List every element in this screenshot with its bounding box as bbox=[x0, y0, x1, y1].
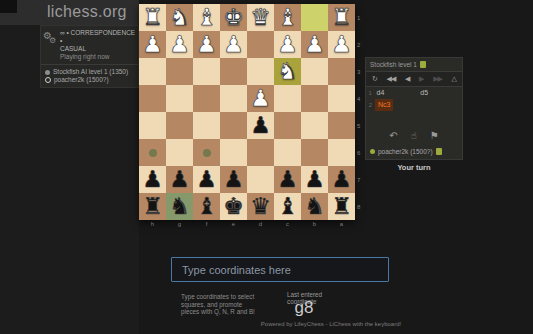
file-label-c: c bbox=[274, 221, 301, 227]
black-player-row: poacher2k (1500?) bbox=[45, 76, 134, 84]
square-c2[interactable]: ♟ bbox=[274, 31, 301, 58]
square-b7[interactable]: ♟ bbox=[301, 166, 328, 193]
square-c8[interactable]: ♝ bbox=[274, 193, 301, 220]
file-label-f: f bbox=[193, 221, 220, 227]
square-d7[interactable] bbox=[247, 166, 274, 193]
square-b8[interactable]: ♞ bbox=[301, 193, 328, 220]
player-badge-icon bbox=[436, 148, 442, 155]
white-pawn-b2[interactable]: ♟ bbox=[304, 33, 325, 56]
topleft-corner-box bbox=[0, 0, 17, 13]
rank-label-6: 6 bbox=[357, 139, 365, 166]
square-b2[interactable]: ♟ bbox=[301, 31, 328, 58]
rank-label-7: 7 bbox=[357, 166, 365, 193]
black-player-color-icon bbox=[45, 77, 51, 83]
square-b3[interactable] bbox=[301, 58, 328, 85]
online-dot-icon bbox=[370, 149, 375, 154]
black-bishop-f8[interactable]: ♝ bbox=[196, 195, 217, 218]
player-row: poacher2k (1500?) bbox=[366, 145, 462, 159]
square-e2[interactable]: ♟ bbox=[220, 31, 247, 58]
square-a7[interactable]: ♟ bbox=[328, 166, 355, 193]
square-g2[interactable]: ♟ bbox=[166, 31, 193, 58]
square-e4[interactable] bbox=[220, 85, 247, 112]
move-black-1[interactable]: d5 bbox=[418, 87, 462, 99]
black-knight-g8[interactable]: ♞ bbox=[169, 195, 190, 218]
coordinate-input[interactable] bbox=[171, 257, 389, 282]
square-b6[interactable] bbox=[301, 139, 328, 166]
black-knight-b8[interactable]: ♞ bbox=[304, 195, 325, 218]
square-e6[interactable] bbox=[220, 139, 247, 166]
square-c4[interactable] bbox=[274, 85, 301, 112]
first-move-icon[interactable]: ◀◀ bbox=[387, 75, 396, 83]
white-pawn-d4[interactable]: ♟ bbox=[250, 87, 271, 110]
square-c7[interactable]: ♟ bbox=[274, 166, 301, 193]
square-f5[interactable] bbox=[193, 112, 220, 139]
rank-label-1: 1 bbox=[357, 4, 365, 31]
square-f2[interactable]: ♟ bbox=[193, 31, 220, 58]
square-a8[interactable]: ♜ bbox=[328, 193, 355, 220]
black-pawn-d5[interactable]: ♟ bbox=[250, 114, 271, 137]
square-d8[interactable]: ♛ bbox=[247, 193, 274, 220]
gear-icon: ⚙ bbox=[49, 36, 56, 45]
help-line: Type coordinates to select bbox=[181, 293, 281, 301]
move-list: 1 d4 d5 2 Nc3 bbox=[366, 87, 462, 111]
move-number: 1 bbox=[366, 87, 375, 99]
square-e1[interactable]: ♚ bbox=[220, 4, 247, 31]
square-f1[interactable]: ♝ bbox=[193, 4, 220, 31]
previous-move-icon[interactable]: ◀ bbox=[405, 75, 409, 83]
last-entered-coordinate: g8 bbox=[287, 298, 321, 318]
square-g4[interactable] bbox=[166, 85, 193, 112]
file-label-a: a bbox=[328, 221, 355, 227]
help-line: squares, and promote bbox=[181, 301, 281, 309]
square-d6[interactable] bbox=[247, 139, 274, 166]
square-h4[interactable] bbox=[139, 85, 166, 112]
draw-offer-icon[interactable]: ☝ bbox=[411, 131, 417, 141]
opponent-name[interactable]: Stockfish level 1 bbox=[370, 61, 417, 68]
opponent-badge-icon bbox=[420, 61, 426, 68]
square-d4[interactable]: ♟ bbox=[247, 85, 274, 112]
white-bishop-c1[interactable]: ♝ bbox=[277, 6, 298, 29]
black-pawn-f7[interactable]: ♟ bbox=[196, 168, 217, 191]
powered-by-footer: Powered by LifeyChess - LiChess with the… bbox=[203, 321, 459, 327]
white-player-row: Stockfish AI level 1 (1350) bbox=[45, 68, 134, 76]
square-f6[interactable] bbox=[193, 139, 220, 166]
takeback-icon[interactable]: ↶ bbox=[389, 131, 397, 141]
help-text: Type coordinates to select squares, and … bbox=[181, 293, 281, 316]
game-side-panel: Stockfish level 1 ↻ ◀◀ ◀ ▶ ▶▶ △ 1 d4 d5 … bbox=[365, 57, 463, 160]
square-a2[interactable]: ♟ bbox=[328, 31, 355, 58]
move-row: 1 d4 d5 bbox=[366, 87, 462, 99]
square-h6[interactable] bbox=[139, 139, 166, 166]
square-h5[interactable] bbox=[139, 112, 166, 139]
square-a4[interactable] bbox=[328, 85, 355, 112]
black-pawn-g7[interactable]: ♟ bbox=[169, 168, 190, 191]
black-queen-d8[interactable]: ♛ bbox=[250, 195, 271, 218]
square-g3[interactable] bbox=[166, 58, 193, 85]
square-b5[interactable] bbox=[301, 112, 328, 139]
black-bishop-c8[interactable]: ♝ bbox=[277, 195, 298, 218]
white-pawn-e2[interactable]: ♟ bbox=[223, 33, 244, 56]
turn-indicator: Your turn bbox=[365, 163, 463, 172]
move-row: 2 Nc3 bbox=[366, 99, 462, 111]
square-c3[interactable]: ♞ bbox=[274, 58, 301, 85]
rank-label-4: 4 bbox=[357, 85, 365, 112]
square-c1[interactable]: ♝ bbox=[274, 4, 301, 31]
file-coordinates: hgfedcba bbox=[139, 221, 355, 227]
white-pawn-g2[interactable]: ♟ bbox=[169, 33, 190, 56]
square-b1[interactable] bbox=[301, 4, 328, 31]
white-pawn-f2[interactable]: ♟ bbox=[196, 33, 217, 56]
square-c5[interactable] bbox=[274, 112, 301, 139]
game-actions: ↶ ☝ ⚑ bbox=[366, 127, 462, 145]
move-white-1[interactable]: d4 bbox=[375, 87, 419, 99]
move-number: 2 bbox=[366, 99, 375, 111]
file-label-g: g bbox=[166, 221, 193, 227]
white-pawn-a2[interactable]: ♟ bbox=[331, 33, 352, 56]
square-d5[interactable]: ♟ bbox=[247, 112, 274, 139]
square-a1[interactable]: ♜ bbox=[328, 4, 355, 31]
square-a5[interactable] bbox=[328, 112, 355, 139]
square-c6[interactable] bbox=[274, 139, 301, 166]
game-status: Playing right now bbox=[60, 53, 136, 61]
replay-controls: ↻ ◀◀ ◀ ▶ ▶▶ △ bbox=[366, 71, 462, 87]
white-knight-c3[interactable]: ♞ bbox=[277, 60, 298, 83]
move-dest-dot-f6[interactable] bbox=[203, 149, 211, 157]
square-f8[interactable]: ♝ bbox=[193, 193, 220, 220]
square-a3[interactable] bbox=[328, 58, 355, 85]
square-g8[interactable]: ♞ bbox=[166, 193, 193, 220]
black-king-e8[interactable]: ♚ bbox=[223, 195, 244, 218]
file-label-h: h bbox=[139, 221, 166, 227]
square-b4[interactable] bbox=[301, 85, 328, 112]
square-g1[interactable]: ♞ bbox=[166, 4, 193, 31]
square-f4[interactable] bbox=[193, 85, 220, 112]
game-info-panel: ⚙ ⚙ ∞ • CORRESPONDENCE • CASUAL Playing … bbox=[40, 25, 139, 88]
game-type-line1: ∞ • CORRESPONDENCE • bbox=[60, 29, 136, 45]
player-name[interactable]: poacher2k (1500?) bbox=[378, 148, 433, 155]
white-king-e1[interactable]: ♚ bbox=[223, 6, 244, 29]
black-pawn-e7[interactable]: ♟ bbox=[223, 168, 244, 191]
black-player-name[interactable]: poacher2k (1500?) bbox=[54, 76, 109, 84]
black-pawn-c7[interactable]: ♟ bbox=[277, 168, 298, 191]
file-label-b: b bbox=[301, 221, 328, 227]
square-d3[interactable] bbox=[247, 58, 274, 85]
file-label-d: d bbox=[247, 221, 274, 227]
white-player-name[interactable]: Stockfish AI level 1 (1350) bbox=[53, 68, 128, 76]
rank-label-3: 3 bbox=[357, 58, 365, 85]
black-rook-h8[interactable]: ♜ bbox=[142, 195, 163, 218]
rank-coordinates: 12345678 bbox=[357, 4, 365, 220]
square-h2[interactable]: ♟ bbox=[139, 31, 166, 58]
move-dest-dot-h6[interactable] bbox=[149, 149, 157, 157]
square-e5[interactable] bbox=[220, 112, 247, 139]
black-pawn-a7[interactable]: ♟ bbox=[331, 168, 352, 191]
help-line: pieces with Q, N, R and B! bbox=[181, 308, 281, 316]
square-g7[interactable]: ♟ bbox=[166, 166, 193, 193]
white-queen-d1[interactable]: ♛ bbox=[250, 6, 271, 29]
white-rook-h1[interactable]: ♜ bbox=[142, 6, 163, 29]
rank-label-5: 5 bbox=[357, 112, 365, 139]
next-move-icon[interactable]: ▶ bbox=[419, 75, 423, 83]
white-player-color-icon bbox=[45, 70, 50, 75]
rank-label-2: 2 bbox=[357, 31, 365, 58]
white-bishop-f1[interactable]: ♝ bbox=[196, 6, 217, 29]
move-white-2-current[interactable]: Nc3 bbox=[375, 99, 393, 111]
black-rook-a8[interactable]: ♜ bbox=[331, 195, 352, 218]
black-pawn-h7[interactable]: ♟ bbox=[142, 168, 163, 191]
square-a6[interactable] bbox=[328, 139, 355, 166]
square-h3[interactable] bbox=[139, 58, 166, 85]
game-type-line2: CASUAL bbox=[60, 45, 136, 53]
square-h1[interactable]: ♜ bbox=[139, 4, 166, 31]
square-e7[interactable]: ♟ bbox=[220, 166, 247, 193]
square-h8[interactable]: ♜ bbox=[139, 193, 166, 220]
rank-label-8: 8 bbox=[357, 193, 365, 220]
square-g5[interactable] bbox=[166, 112, 193, 139]
square-d2[interactable] bbox=[247, 31, 274, 58]
white-pawn-c2[interactable]: ♟ bbox=[277, 33, 298, 56]
black-pawn-b7[interactable]: ♟ bbox=[304, 168, 325, 191]
square-e3[interactable] bbox=[220, 58, 247, 85]
settings-gears-icon: ⚙ ⚙ bbox=[43, 29, 60, 47]
white-rook-a1[interactable]: ♜ bbox=[331, 6, 352, 29]
square-d1[interactable]: ♛ bbox=[247, 4, 274, 31]
square-f7[interactable]: ♟ bbox=[193, 166, 220, 193]
analysis-icon[interactable]: △ bbox=[452, 75, 456, 83]
flip-board-icon[interactable]: ↻ bbox=[372, 75, 377, 83]
lichess-logo[interactable]: lichess.org bbox=[47, 3, 127, 21]
chess-board[interactable]: ♜♞♝♚♛♝♜♟♟♟♟♟♟♟♞♟♟♟♟♟♟♟♟♟♜♞♝♚♛♝♞♜ bbox=[139, 4, 355, 220]
square-g6[interactable] bbox=[166, 139, 193, 166]
resign-flag-icon[interactable]: ⚑ bbox=[430, 131, 439, 141]
square-h7[interactable]: ♟ bbox=[139, 166, 166, 193]
last-move-icon[interactable]: ▶▶ bbox=[433, 75, 442, 83]
white-knight-g1[interactable]: ♞ bbox=[169, 6, 190, 29]
square-e8[interactable]: ♚ bbox=[220, 193, 247, 220]
white-pawn-h2[interactable]: ♟ bbox=[142, 33, 163, 56]
file-label-e: e bbox=[220, 221, 247, 227]
square-f3[interactable] bbox=[193, 58, 220, 85]
